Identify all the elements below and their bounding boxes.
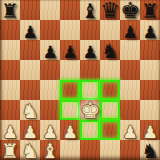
square-b4[interactable] [20,80,40,100]
piece-black-knight-h1[interactable]: ♞ [140,141,160,160]
square-g7[interactable]: ♟ [120,20,140,40]
piece-black-king-g8[interactable]: ♚ [120,1,140,21]
square-a4[interactable] [0,80,20,100]
chess-app-screen: ♜♝♛♚♜♟♟♟♟♟♟♞♞♚♟♟♟♟♟♟♜♞♝♞ [0,0,160,160]
square-a2[interactable]: ♟ [0,120,20,140]
square-e4[interactable] [80,80,100,100]
square-a7[interactable] [0,20,20,40]
piece-white-king-e3[interactable]: ♚ [80,101,100,121]
piece-white-pawn-h2[interactable]: ♟ [140,121,160,141]
square-f8[interactable]: ♛ [100,0,120,20]
legal-move-highlight-d3 [60,100,80,120]
square-b6[interactable] [20,40,40,60]
square-g3[interactable] [120,100,140,120]
piece-white-bishop-c1[interactable]: ♝ [40,141,60,160]
square-b2[interactable]: ♟ [20,120,40,140]
square-e5[interactable] [80,60,100,80]
legal-move-highlight-e2 [80,120,100,140]
square-h5[interactable] [140,60,160,80]
square-f2[interactable] [100,120,120,140]
piece-black-pawn-d6[interactable]: ♟ [60,41,80,61]
square-a3[interactable] [0,100,20,120]
square-a1[interactable]: ♜ [0,140,20,160]
square-b7[interactable]: ♟ [20,20,40,40]
square-d8[interactable] [60,0,80,20]
piece-black-queen-f8[interactable]: ♛ [100,1,120,21]
square-a6[interactable] [0,40,20,60]
square-b8[interactable] [20,0,40,20]
square-b5[interactable] [20,60,40,80]
square-a8[interactable]: ♜ [0,0,20,20]
square-e1[interactable] [80,140,100,160]
square-d5[interactable] [60,60,80,80]
piece-black-knight-f6[interactable]: ♞ [100,41,120,61]
square-d4[interactable] [60,80,80,100]
square-c8[interactable] [40,0,60,20]
piece-black-pawn-b7[interactable]: ♟ [20,21,40,41]
square-h2[interactable]: ♟ [140,120,160,140]
legal-move-highlight-f2 [100,120,120,140]
square-e3[interactable]: ♚ [80,100,100,120]
square-h6[interactable] [140,40,160,60]
square-e7[interactable] [80,20,100,40]
piece-black-pawn-h7[interactable]: ♟ [140,21,160,41]
square-h4[interactable] [140,80,160,100]
square-d2[interactable]: ♟ [60,120,80,140]
piece-black-pawn-e6[interactable]: ♟ [80,41,100,61]
square-h8[interactable]: ♜ [140,0,160,20]
square-f5[interactable] [100,60,120,80]
square-b1[interactable]: ♞ [20,140,40,160]
square-f6[interactable]: ♞ [100,40,120,60]
piece-white-pawn-d2[interactable]: ♟ [60,121,80,141]
square-b3[interactable]: ♞ [20,100,40,120]
square-a5[interactable] [0,60,20,80]
square-g4[interactable] [120,80,140,100]
square-c3[interactable] [40,100,60,120]
square-e2[interactable] [80,120,100,140]
piece-white-knight-b1[interactable]: ♞ [20,141,40,160]
square-h7[interactable]: ♟ [140,20,160,40]
square-c7[interactable] [40,20,60,40]
piece-black-pawn-g7[interactable]: ♟ [120,21,140,41]
square-d3[interactable] [60,100,80,120]
square-e8[interactable]: ♝ [80,0,100,20]
square-c5[interactable] [40,60,60,80]
square-f3[interactable] [100,100,120,120]
square-g2[interactable]: ♟ [120,120,140,140]
piece-black-pawn-c6[interactable]: ♟ [40,41,60,61]
chess-board: ♜♝♛♚♜♟♟♟♟♟♟♞♞♚♟♟♟♟♟♟♜♞♝♞ [0,0,160,160]
legal-move-highlight-d4 [60,80,80,100]
legal-move-highlight-e4 [80,80,100,100]
legal-move-highlight-f3 [100,100,120,120]
square-e6[interactable]: ♟ [80,40,100,60]
piece-white-pawn-b2[interactable]: ♟ [20,121,40,141]
square-c1[interactable]: ♝ [40,140,60,160]
piece-white-pawn-c2[interactable]: ♟ [40,121,60,141]
square-f4[interactable] [100,80,120,100]
square-f7[interactable] [100,20,120,40]
square-g5[interactable] [120,60,140,80]
piece-white-knight-b3[interactable]: ♞ [20,101,40,121]
piece-black-rook-h8[interactable]: ♜ [140,1,160,21]
legal-move-highlight-f4 [100,80,120,100]
square-f1[interactable] [100,140,120,160]
square-d1[interactable] [60,140,80,160]
piece-black-bishop-e8[interactable]: ♝ [80,1,100,21]
piece-white-pawn-g2[interactable]: ♟ [120,121,140,141]
square-d6[interactable]: ♟ [60,40,80,60]
square-g6[interactable] [120,40,140,60]
square-c4[interactable] [40,80,60,100]
square-h3[interactable] [140,100,160,120]
square-h1[interactable]: ♞ [140,140,160,160]
square-c2[interactable]: ♟ [40,120,60,140]
square-g8[interactable]: ♚ [120,0,140,20]
piece-white-rook-a1[interactable]: ♜ [0,141,20,160]
square-d7[interactable] [60,20,80,40]
square-c6[interactable]: ♟ [40,40,60,60]
square-g1[interactable] [120,140,140,160]
piece-black-rook-a8[interactable]: ♜ [0,1,20,21]
piece-white-pawn-a2[interactable]: ♟ [0,121,20,141]
